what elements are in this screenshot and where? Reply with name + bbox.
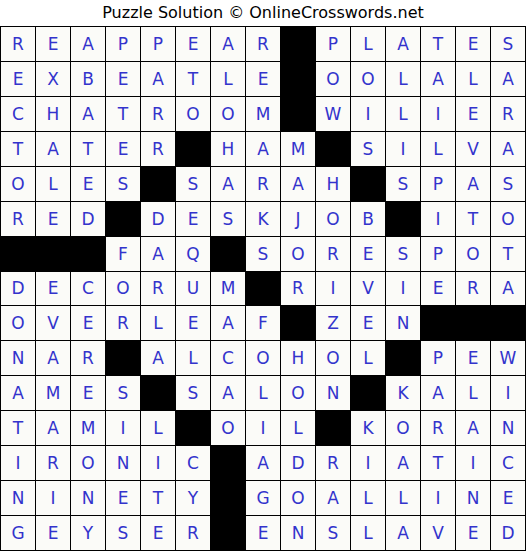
crossword-grid: REAPPEARPLATESEXBEATLEOOLALACHATROOMWILI…	[0, 26, 526, 551]
grid-cell: E	[176, 27, 210, 61]
grid-cell: E	[176, 202, 210, 236]
grid-cell: O	[176, 97, 210, 131]
grid-cell: I	[456, 446, 490, 480]
grid-cell: E	[36, 272, 70, 306]
grid-cell: V	[456, 132, 490, 166]
grid-cell: M	[71, 411, 105, 445]
grid-cell: I	[316, 272, 350, 306]
grid-cell: T	[491, 237, 525, 271]
grid-cell: L	[351, 341, 385, 375]
grid-cell: N	[71, 481, 105, 515]
grid-cell: O	[281, 237, 315, 271]
grid-cell: F	[106, 237, 140, 271]
grid-cell: I	[106, 411, 140, 445]
grid-cell: L	[211, 62, 245, 96]
grid-cell: L	[141, 411, 175, 445]
grid-cell: A	[211, 167, 245, 201]
black-cell	[281, 27, 315, 61]
grid-cell: O	[456, 237, 490, 271]
grid-cell: U	[176, 272, 210, 306]
grid-cell: C	[211, 341, 245, 375]
black-cell	[421, 306, 455, 340]
grid-cell: O	[281, 481, 315, 515]
grid-cell: O	[211, 97, 245, 131]
grid-cell: A	[211, 27, 245, 61]
grid-cell: R	[246, 27, 280, 61]
grid-cell: Y	[176, 481, 210, 515]
black-cell	[316, 132, 350, 166]
grid-cell: A	[386, 516, 420, 550]
grid-cell: E	[71, 376, 105, 410]
grid-cell: A	[211, 376, 245, 410]
grid-cell: S	[351, 132, 385, 166]
grid-cell: C	[491, 446, 525, 480]
grid-cell: Q	[176, 237, 210, 271]
grid-cell: L	[456, 62, 490, 96]
grid-cell: B	[71, 62, 105, 96]
grid-cell: R	[456, 272, 490, 306]
grid-cell: M	[211, 272, 245, 306]
grid-cell: P	[316, 27, 350, 61]
grid-cell: A	[316, 481, 350, 515]
black-cell	[351, 376, 385, 410]
grid-cell: A	[491, 272, 525, 306]
grid-cell: T	[141, 481, 175, 515]
grid-cell: P	[421, 341, 455, 375]
grid-cell: E	[106, 132, 140, 166]
grid-cell: X	[36, 62, 70, 96]
grid-cell: H	[281, 341, 315, 375]
grid-cell: L	[246, 376, 280, 410]
grid-cell: L	[176, 341, 210, 375]
grid-cell: O	[316, 341, 350, 375]
grid-cell: R	[281, 272, 315, 306]
grid-cell: I	[351, 446, 385, 480]
grid-cell: R	[1, 202, 35, 236]
grid-cell: D	[71, 202, 105, 236]
grid-cell: O	[491, 202, 525, 236]
black-cell	[386, 202, 420, 236]
grid-cell: E	[1, 62, 35, 96]
grid-cell: S	[211, 202, 245, 236]
grid-cell: V	[421, 516, 455, 550]
grid-cell: S	[106, 167, 140, 201]
grid-cell: R	[141, 132, 175, 166]
grid-cell: J	[281, 202, 315, 236]
black-cell	[246, 272, 280, 306]
grid-cell: N	[281, 516, 315, 550]
grid-cell: A	[386, 27, 420, 61]
grid-cell: O	[316, 202, 350, 236]
grid-cell: S	[106, 376, 140, 410]
grid-cell: S	[491, 27, 525, 61]
grid-cell: T	[1, 411, 35, 445]
grid-cell: L	[281, 411, 315, 445]
grid-cell: E	[36, 27, 70, 61]
grid-cell: Z	[316, 306, 350, 340]
black-cell	[141, 376, 175, 410]
black-cell	[456, 306, 490, 340]
grid-cell: E	[456, 97, 490, 131]
grid-cell: S	[316, 516, 350, 550]
black-cell	[106, 202, 140, 236]
grid-cell: A	[36, 341, 70, 375]
grid-cell: R	[1, 27, 35, 61]
grid-cell: P	[106, 27, 140, 61]
grid-cell: I	[421, 481, 455, 515]
grid-cell: I	[36, 481, 70, 515]
grid-cell: B	[351, 202, 385, 236]
grid-cell: M	[246, 97, 280, 131]
grid-cell: K	[351, 411, 385, 445]
grid-cell: N	[491, 411, 525, 445]
black-cell	[141, 167, 175, 201]
grid-cell: R	[491, 97, 525, 131]
black-cell	[351, 167, 385, 201]
grid-cell: E	[36, 202, 70, 236]
grid-cell: R	[176, 516, 210, 550]
grid-cell: D	[141, 202, 175, 236]
grid-cell: C	[1, 97, 35, 131]
grid-cell: A	[281, 167, 315, 201]
grid-cell: O	[71, 446, 105, 480]
grid-cell: G	[246, 481, 280, 515]
grid-cell: E	[71, 167, 105, 201]
grid-cell: V	[351, 272, 385, 306]
grid-cell: I	[421, 97, 455, 131]
black-cell	[106, 341, 140, 375]
grid-cell: O	[1, 167, 35, 201]
grid-cell: L	[351, 516, 385, 550]
grid-cell: A	[456, 411, 490, 445]
grid-cell: A	[456, 167, 490, 201]
grid-cell: A	[421, 62, 455, 96]
grid-cell: C	[71, 272, 105, 306]
grid-cell: A	[141, 62, 175, 96]
black-cell	[176, 132, 210, 166]
grid-cell: O	[316, 62, 350, 96]
page-title: Puzzle Solution © OnlineCrosswords.net	[0, 0, 526, 26]
grid-cell: I	[491, 376, 525, 410]
grid-cell: E	[351, 306, 385, 340]
grid-cell: E	[246, 62, 280, 96]
black-cell	[281, 62, 315, 96]
grid-cell: H	[36, 97, 70, 131]
grid-cell: C	[176, 446, 210, 480]
grid-cell: I	[386, 272, 420, 306]
grid-cell: E	[456, 516, 490, 550]
grid-cell: A	[36, 132, 70, 166]
grid-cell: A	[141, 341, 175, 375]
grid-cell: E	[106, 481, 140, 515]
grid-cell: O	[1, 306, 35, 340]
grid-cell: E	[421, 272, 455, 306]
black-cell	[316, 411, 350, 445]
grid-cell: T	[71, 132, 105, 166]
grid-cell: A	[71, 27, 105, 61]
black-cell	[491, 306, 525, 340]
grid-cell: T	[456, 202, 490, 236]
grid-cell: O	[386, 411, 420, 445]
grid-cell: N	[106, 446, 140, 480]
grid-cell: S	[386, 237, 420, 271]
grid-cell: F	[246, 306, 280, 340]
grid-cell: L	[386, 62, 420, 96]
grid-cell: I	[421, 202, 455, 236]
grid-cell: R	[421, 411, 455, 445]
grid-cell: A	[246, 446, 280, 480]
grid-cell: G	[1, 516, 35, 550]
grid-cell: A	[491, 132, 525, 166]
grid-cell: E	[456, 27, 490, 61]
puzzle-solution-page: Puzzle Solution © OnlineCrosswords.net R…	[0, 0, 526, 551]
grid-cell: R	[141, 272, 175, 306]
grid-cell: P	[421, 237, 455, 271]
grid-cell: V	[36, 306, 70, 340]
grid-cell: T	[421, 446, 455, 480]
grid-cell: K	[246, 202, 280, 236]
grid-cell: O	[281, 376, 315, 410]
grid-cell: Y	[71, 516, 105, 550]
grid-cell: S	[106, 516, 140, 550]
grid-cell: T	[421, 27, 455, 61]
grid-cell: M	[281, 132, 315, 166]
black-cell	[211, 446, 245, 480]
grid-cell: A	[211, 306, 245, 340]
grid-cell: O	[211, 411, 245, 445]
black-cell	[36, 237, 70, 271]
grid-cell: I	[351, 97, 385, 131]
grid-cell: L	[141, 306, 175, 340]
grid-cell: T	[176, 62, 210, 96]
grid-cell: L	[386, 97, 420, 131]
black-cell	[71, 237, 105, 271]
black-cell	[1, 237, 35, 271]
grid-cell: L	[456, 376, 490, 410]
grid-cell: L	[421, 132, 455, 166]
grid-cell: I	[141, 446, 175, 480]
grid-cell: S	[246, 237, 280, 271]
grid-cell: W	[316, 97, 350, 131]
grid-cell: L	[386, 481, 420, 515]
grid-cell: S	[491, 167, 525, 201]
grid-cell: O	[106, 272, 140, 306]
grid-cell: R	[106, 306, 140, 340]
grid-cell: H	[211, 132, 245, 166]
grid-cell: S	[386, 167, 420, 201]
grid-cell: A	[36, 411, 70, 445]
black-cell	[211, 481, 245, 515]
grid-cell: M	[36, 376, 70, 410]
grid-cell: K	[386, 376, 420, 410]
grid-cell: N	[1, 481, 35, 515]
grid-cell: R	[246, 167, 280, 201]
grid-cell: O	[351, 62, 385, 96]
grid-cell: I	[246, 411, 280, 445]
grid-cell: A	[141, 237, 175, 271]
grid-cell: S	[176, 167, 210, 201]
grid-cell: W	[491, 341, 525, 375]
black-cell	[386, 341, 420, 375]
grid-cell: N	[316, 376, 350, 410]
grid-cell: R	[71, 341, 105, 375]
black-cell	[281, 97, 315, 131]
grid-cell: R	[316, 237, 350, 271]
grid-cell: A	[71, 97, 105, 131]
grid-cell: E	[36, 516, 70, 550]
grid-cell: D	[281, 446, 315, 480]
grid-cell: L	[351, 481, 385, 515]
black-cell	[211, 516, 245, 550]
grid-cell: A	[421, 376, 455, 410]
black-cell	[176, 411, 210, 445]
grid-cell: L	[351, 27, 385, 61]
grid-cell: R	[141, 97, 175, 131]
grid-cell: E	[106, 62, 140, 96]
grid-cell: D	[1, 272, 35, 306]
grid-cell: E	[456, 341, 490, 375]
grid-cell: O	[246, 341, 280, 375]
grid-cell: T	[1, 132, 35, 166]
grid-cell: E	[351, 237, 385, 271]
grid-cell: L	[36, 167, 70, 201]
grid-cell: E	[176, 306, 210, 340]
black-cell	[211, 237, 245, 271]
grid-cell: A	[491, 62, 525, 96]
grid-cell: A	[246, 132, 280, 166]
black-cell	[281, 306, 315, 340]
grid-cell: E	[491, 481, 525, 515]
grid-cell: I	[386, 132, 420, 166]
grid-cell: T	[106, 97, 140, 131]
grid-cell: E	[246, 516, 280, 550]
grid-cell: R	[316, 446, 350, 480]
grid-cell: I	[1, 446, 35, 480]
grid-cell: P	[141, 27, 175, 61]
grid-cell: D	[491, 516, 525, 550]
grid-cell: P	[421, 167, 455, 201]
grid-cell: N	[456, 481, 490, 515]
grid-cell: H	[316, 167, 350, 201]
grid-cell: R	[36, 446, 70, 480]
grid-cell: N	[1, 341, 35, 375]
grid-cell: A	[386, 446, 420, 480]
grid-cell: N	[386, 306, 420, 340]
grid-cell: S	[176, 376, 210, 410]
grid-cell: A	[1, 376, 35, 410]
grid-cell: E	[141, 516, 175, 550]
grid-cell: E	[71, 306, 105, 340]
